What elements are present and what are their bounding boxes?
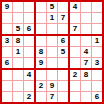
- cell-r8c7[interactable]: [70, 81, 80, 91]
- cell-r4c2[interactable]: 8: [13, 36, 23, 46]
- cell-r2c4[interactable]: [36, 13, 46, 23]
- cell-r6c5[interactable]: [47, 58, 57, 68]
- cell-r9c3[interactable]: 2: [24, 92, 34, 102]
- block-2-3: 1473: [70, 36, 102, 68]
- cell-r2c2[interactable]: [13, 13, 23, 23]
- block-3-2: 297: [36, 70, 68, 102]
- cell-r5c2[interactable]: 1: [13, 47, 23, 57]
- cell-r5c1[interactable]: [2, 47, 12, 57]
- cell-r8c4[interactable]: 2: [36, 81, 46, 91]
- cell-r4c1[interactable]: 3: [2, 36, 12, 46]
- cell-r5c8[interactable]: 4: [81, 47, 91, 57]
- cell-r3c7[interactable]: 7: [70, 24, 80, 34]
- cell-r8c3[interactable]: [24, 81, 34, 91]
- cell-r7c8[interactable]: 8: [81, 70, 91, 80]
- cell-r6c6[interactable]: [58, 58, 68, 68]
- sudoku-board: 9565174738166859147342297286: [0, 0, 104, 104]
- cell-r4c6[interactable]: 6: [58, 36, 68, 46]
- cell-r5c9[interactable]: [92, 47, 102, 57]
- block-3-1: 42: [2, 70, 34, 102]
- cell-r6c7[interactable]: [70, 58, 80, 68]
- cell-r9c5[interactable]: 7: [47, 92, 57, 102]
- cell-r9c1[interactable]: [2, 92, 12, 102]
- cell-r4c5[interactable]: [47, 36, 57, 46]
- cell-r7c1[interactable]: [2, 70, 12, 80]
- cell-r8c5[interactable]: 9: [47, 81, 57, 91]
- cell-r9c8[interactable]: [81, 92, 91, 102]
- cell-r3c2[interactable]: 5: [13, 24, 23, 34]
- cell-r3c3[interactable]: 6: [24, 24, 34, 34]
- cell-r3c4[interactable]: [36, 24, 46, 34]
- cell-r4c8[interactable]: [81, 36, 91, 46]
- cell-r6c8[interactable]: 7: [81, 58, 91, 68]
- cell-r3c9[interactable]: [92, 24, 102, 34]
- cell-r4c9[interactable]: 1: [92, 36, 102, 46]
- block-1-2: 517: [36, 2, 68, 34]
- cell-r9c4[interactable]: [36, 92, 46, 102]
- cell-r4c7[interactable]: [70, 36, 80, 46]
- cell-r7c6[interactable]: [58, 70, 68, 80]
- cell-r3c6[interactable]: [58, 24, 68, 34]
- cell-r1c9[interactable]: [92, 2, 102, 12]
- cell-r2c3[interactable]: [24, 13, 34, 23]
- cell-r2c8[interactable]: [81, 13, 91, 23]
- cell-r5c4[interactable]: 8: [36, 47, 46, 57]
- cell-r1c4[interactable]: [36, 2, 46, 12]
- cell-r7c7[interactable]: 2: [70, 70, 80, 80]
- cell-r4c3[interactable]: [24, 36, 34, 46]
- cell-r6c3[interactable]: [24, 58, 34, 68]
- cell-r9c2[interactable]: [13, 92, 23, 102]
- cell-r2c1[interactable]: [2, 13, 12, 23]
- cell-r6c1[interactable]: 6: [2, 58, 12, 68]
- cell-r5c6[interactable]: 5: [58, 47, 68, 57]
- cell-r2c5[interactable]: 1: [47, 13, 57, 23]
- block-1-3: 47: [70, 2, 102, 34]
- cell-r1c6[interactable]: [58, 2, 68, 12]
- cell-r6c9[interactable]: 3: [92, 58, 102, 68]
- cell-r2c9[interactable]: [92, 13, 102, 23]
- cell-r6c4[interactable]: 9: [36, 58, 46, 68]
- cell-r8c8[interactable]: [81, 81, 91, 91]
- block-2-2: 6859: [36, 36, 68, 68]
- cell-r7c4[interactable]: [36, 70, 46, 80]
- cell-r8c9[interactable]: [92, 81, 102, 91]
- cell-r8c6[interactable]: [58, 81, 68, 91]
- cell-r3c1[interactable]: [2, 24, 12, 34]
- cell-r8c1[interactable]: [2, 81, 12, 91]
- block-1-1: 956: [2, 2, 34, 34]
- cell-r9c7[interactable]: [70, 92, 80, 102]
- cell-r1c1[interactable]: 9: [2, 2, 12, 12]
- cell-r1c5[interactable]: 5: [47, 2, 57, 12]
- cell-r5c7[interactable]: [70, 47, 80, 57]
- block-3-3: 286: [70, 70, 102, 102]
- cell-r2c6[interactable]: 7: [58, 13, 68, 23]
- cell-r8c2[interactable]: [13, 81, 23, 91]
- cell-r1c3[interactable]: [24, 2, 34, 12]
- cell-r2c7[interactable]: [70, 13, 80, 23]
- cell-r5c5[interactable]: [47, 47, 57, 57]
- cell-r1c8[interactable]: [81, 2, 91, 12]
- cell-r7c5[interactable]: [47, 70, 57, 80]
- cell-r3c5[interactable]: [47, 24, 57, 34]
- cell-r7c3[interactable]: 4: [24, 70, 34, 80]
- cell-r9c6[interactable]: [58, 92, 68, 102]
- cell-r5c3[interactable]: [24, 47, 34, 57]
- block-2-1: 3816: [2, 36, 34, 68]
- cell-r4c4[interactable]: [36, 36, 46, 46]
- cell-r1c7[interactable]: 4: [70, 2, 80, 12]
- cell-r6c2[interactable]: [13, 58, 23, 68]
- cell-r7c9[interactable]: [92, 70, 102, 80]
- cell-r3c8[interactable]: [81, 24, 91, 34]
- cell-r7c2[interactable]: [13, 70, 23, 80]
- cell-r9c9[interactable]: 6: [92, 92, 102, 102]
- cell-r1c2[interactable]: [13, 2, 23, 12]
